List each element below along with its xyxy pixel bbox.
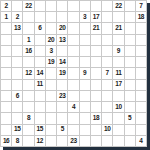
cell-r4c7[interactable] [68, 35, 78, 45]
cell-r1c2[interactable] [12, 1, 22, 11]
cell-r9c7[interactable] [68, 91, 78, 101]
cell-r6c9[interactable] [91, 57, 101, 67]
cell-r6c12[interactable] [125, 57, 135, 67]
cell-r1c10[interactable] [102, 1, 112, 11]
cell-r9c6[interactable]: 23 [57, 91, 67, 101]
cell-r10c9[interactable] [91, 102, 101, 112]
cell-r1c8[interactable] [80, 1, 90, 11]
cell-r10c6[interactable] [57, 102, 67, 112]
cell-r13c9[interactable] [91, 136, 101, 146]
cell-r9c12[interactable] [125, 91, 135, 101]
cell-r11c11[interactable] [113, 113, 123, 123]
cell-r12c1[interactable] [1, 125, 11, 135]
cell-r4c8[interactable] [80, 35, 90, 45]
cell-r1c12[interactable] [125, 1, 135, 11]
cell-r1c6[interactable] [57, 1, 67, 11]
cell-r10c8[interactable] [80, 102, 90, 112]
cell-r5c3[interactable]: 16 [23, 46, 33, 56]
cell-r1c13[interactable]: 7 [136, 1, 146, 11]
cell-r3c1[interactable] [1, 23, 11, 33]
cell-r7c10[interactable]: 7 [102, 68, 112, 78]
cell-r8c3[interactable] [23, 80, 33, 90]
cell-r2c6[interactable] [57, 12, 67, 22]
cell-r2c12[interactable] [125, 12, 135, 22]
cell-r4c2[interactable] [12, 35, 22, 45]
cell-r11c1[interactable] [1, 113, 11, 123]
cell-r10c12[interactable] [125, 102, 135, 112]
cell-r6c7[interactable] [68, 57, 78, 67]
cell-r1c1[interactable]: 2 [1, 1, 11, 11]
cell-r8c13[interactable] [136, 80, 146, 90]
cell-r12c9[interactable] [91, 125, 101, 135]
cell-r8c5[interactable] [46, 80, 56, 90]
cell-r11c9[interactable]: 18 [91, 113, 101, 123]
cell-r2c1[interactable]: 1 [1, 12, 11, 22]
cell-r3c12[interactable] [125, 23, 135, 33]
cell-r9c13[interactable] [136, 91, 146, 101]
cell-r4c5[interactable]: 20 [46, 35, 56, 45]
cell-r13c11[interactable] [113, 136, 123, 146]
cell-r9c8[interactable] [80, 91, 90, 101]
cell-r5c2[interactable] [12, 46, 22, 56]
cell-r12c13[interactable] [136, 125, 146, 135]
cell-r2c13[interactable]: 18 [136, 12, 146, 22]
cell-r13c4[interactable]: 12 [35, 136, 45, 146]
cell-r12c6[interactable]: 5 [57, 125, 67, 135]
cell-r11c4[interactable] [35, 113, 45, 123]
cell-r2c3[interactable] [23, 12, 33, 22]
cell-r8c11[interactable]: 17 [113, 80, 123, 90]
cell-r12c8[interactable] [80, 125, 90, 135]
cell-r4c12[interactable] [125, 35, 135, 45]
cell-r11c5[interactable] [46, 113, 56, 123]
cell-r3c13[interactable] [136, 23, 146, 33]
cell-r11c8[interactable] [80, 113, 90, 123]
cell-r8c9[interactable] [91, 80, 101, 90]
cell-r2c11[interactable] [113, 12, 123, 22]
cell-r9c11[interactable] [113, 91, 123, 101]
cell-r6c1[interactable] [1, 57, 11, 67]
cell-r11c12[interactable]: 5 [125, 113, 135, 123]
cell-r9c4[interactable] [35, 91, 45, 101]
cell-r7c2[interactable] [12, 68, 22, 78]
cell-r13c12[interactable] [125, 136, 135, 146]
cell-r4c6[interactable]: 13 [57, 35, 67, 45]
cell-r13c5[interactable] [46, 136, 56, 146]
cell-r5c5[interactable]: 3 [46, 46, 56, 56]
cell-r7c4[interactable]: 14 [35, 68, 45, 78]
cell-r12c3[interactable] [23, 125, 33, 135]
cell-r9c9[interactable] [91, 91, 101, 101]
cell-r2c5[interactable] [46, 12, 56, 22]
cell-r10c5[interactable] [46, 102, 56, 112]
cell-r4c3[interactable]: 1 [23, 35, 33, 45]
cell-r13c8[interactable] [80, 136, 90, 146]
cell-r11c6[interactable] [57, 113, 67, 123]
cell-r8c10[interactable] [102, 80, 112, 90]
cell-r4c1[interactable] [1, 35, 11, 45]
cell-r3c2[interactable]: 13 [12, 23, 22, 33]
cell-r13c6[interactable] [57, 136, 67, 146]
cell-r3c4[interactable]: 6 [35, 23, 45, 33]
cell-r4c9[interactable] [91, 35, 101, 45]
cell-r7c1[interactable] [1, 68, 11, 78]
cell-r2c8[interactable]: 3 [80, 12, 90, 22]
cell-r4c4[interactable] [35, 35, 45, 45]
cell-r10c10[interactable] [102, 102, 112, 112]
cell-r4c10[interactable] [102, 35, 112, 45]
cell-r6c11[interactable] [113, 57, 123, 67]
cell-r9c5[interactable] [46, 91, 56, 101]
cell-r5c6[interactable] [57, 46, 67, 56]
cell-r6c6[interactable]: 14 [57, 57, 67, 67]
cell-r10c4[interactable] [35, 102, 45, 112]
cell-r7c12[interactable] [125, 68, 135, 78]
cell-r8c4[interactable]: 11 [35, 80, 45, 90]
cell-r11c7[interactable] [68, 113, 78, 123]
cell-r5c11[interactable]: 9 [113, 46, 123, 56]
cell-r3c11[interactable]: 21 [113, 23, 123, 33]
cell-r13c7[interactable]: 23 [68, 136, 78, 146]
cell-r1c5[interactable] [46, 1, 56, 11]
cell-r1c7[interactable] [68, 1, 78, 11]
cell-r3c5[interactable] [46, 23, 56, 33]
cell-r9c2[interactable]: 6 [12, 91, 22, 101]
cell-r7c9[interactable] [91, 68, 101, 78]
cell-r7c3[interactable]: 12 [23, 68, 33, 78]
cell-r9c10[interactable] [102, 91, 112, 101]
cell-r3c8[interactable] [80, 23, 90, 33]
cell-r10c1[interactable] [1, 102, 11, 112]
cell-r2c4[interactable] [35, 12, 45, 22]
cell-r7c8[interactable]: 9 [80, 68, 90, 78]
cell-r13c13[interactable]: 4 [136, 136, 146, 146]
cell-r6c5[interactable]: 19 [46, 57, 56, 67]
cell-r10c13[interactable] [136, 102, 146, 112]
cell-r8c6[interactable] [57, 80, 67, 90]
cell-r6c4[interactable] [35, 57, 45, 67]
cell-r12c7[interactable] [68, 125, 78, 135]
cell-r8c7[interactable] [68, 80, 78, 90]
cell-r3c9[interactable]: 21 [91, 23, 101, 33]
cell-r9c3[interactable] [23, 91, 33, 101]
cell-r10c3[interactable] [23, 102, 33, 112]
cell-r3c6[interactable]: 20 [57, 23, 67, 33]
cell-r4c11[interactable] [113, 35, 123, 45]
cell-r12c10[interactable]: 10 [102, 125, 112, 135]
cell-r12c4[interactable]: 15 [35, 125, 45, 135]
cell-r6c3[interactable] [23, 57, 33, 67]
cell-r11c10[interactable] [102, 113, 112, 123]
cell-r13c3[interactable] [23, 136, 33, 146]
cell-r3c7[interactable] [68, 23, 78, 33]
cell-r5c9[interactable] [91, 46, 101, 56]
cell-r5c1[interactable] [1, 46, 11, 56]
cell-r12c12[interactable] [125, 125, 135, 135]
cell-r2c10[interactable] [102, 12, 112, 22]
cell-r10c11[interactable]: 10 [113, 102, 123, 112]
cell-r2c7[interactable] [68, 12, 78, 22]
cell-r7c13[interactable] [136, 68, 146, 78]
cell-r13c1[interactable]: 16 [1, 136, 11, 146]
cell-r12c5[interactable] [46, 125, 56, 135]
cell-r12c11[interactable] [113, 125, 123, 135]
cell-r10c2[interactable] [12, 102, 22, 112]
cell-r2c9[interactable]: 17 [91, 12, 101, 22]
cell-r7c5[interactable] [46, 68, 56, 78]
cell-r4c13[interactable] [136, 35, 146, 45]
cell-r8c2[interactable] [12, 80, 22, 90]
cell-r6c13[interactable] [136, 57, 146, 67]
cell-r5c7[interactable] [68, 46, 78, 56]
cell-r2c2[interactable]: 2 [12, 12, 22, 22]
cell-r1c3[interactable]: 22 [23, 1, 33, 11]
puzzle-board: 2222271231718136202121120131639191412141… [0, 0, 147, 147]
cell-r8c1[interactable] [1, 80, 11, 90]
cell-r12c2[interactable]: 15 [12, 125, 22, 135]
cell-r5c8[interactable] [80, 46, 90, 56]
cell-r7c6[interactable]: 19 [57, 68, 67, 78]
cell-r3c3[interactable] [23, 23, 33, 33]
cell-r11c2[interactable] [12, 113, 22, 123]
cell-r6c2[interactable] [12, 57, 22, 67]
cell-r8c12[interactable] [125, 80, 135, 90]
cell-r7c11[interactable]: 11 [113, 68, 123, 78]
cell-r13c10[interactable] [102, 136, 112, 146]
cell-r5c10[interactable] [102, 46, 112, 56]
cell-r7c7[interactable] [68, 68, 78, 78]
cell-r5c12[interactable] [125, 46, 135, 56]
cell-r6c8[interactable] [80, 57, 90, 67]
cell-r5c4[interactable] [35, 46, 45, 56]
cell-r3c10[interactable] [102, 23, 112, 33]
cell-r1c4[interactable] [35, 1, 45, 11]
cell-r8c8[interactable] [80, 80, 90, 90]
cell-r1c9[interactable] [91, 1, 101, 11]
cell-r1c11[interactable]: 22 [113, 1, 123, 11]
cell-r11c3[interactable]: 8 [23, 113, 33, 123]
cell-r5c13[interactable] [136, 46, 146, 56]
cell-r10c7[interactable]: 4 [68, 102, 78, 112]
cell-r11c13[interactable] [136, 113, 146, 123]
puzzle-stage: 2222271231718136202121120131639191412141… [0, 0, 150, 150]
cell-r6c10[interactable] [102, 57, 112, 67]
cell-r13c2[interactable]: 8 [12, 136, 22, 146]
cell-r9c1[interactable] [1, 91, 11, 101]
